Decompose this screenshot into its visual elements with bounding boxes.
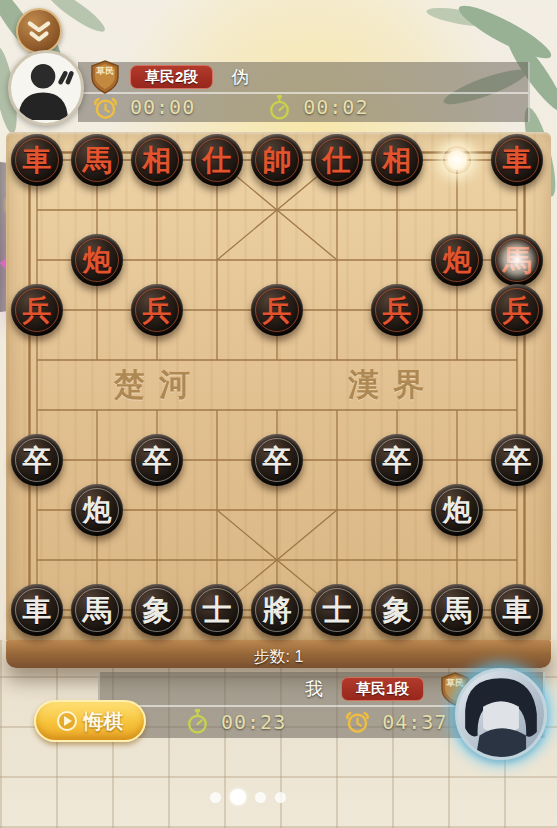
board-intersection[interactable]: [247, 185, 307, 235]
board-intersection[interactable]: [67, 435, 127, 485]
board-intersection[interactable]: 士: [187, 585, 247, 635]
board-intersection[interactable]: [247, 485, 307, 535]
board-intersection[interactable]: [367, 485, 427, 535]
board-intersection[interactable]: [307, 485, 367, 535]
board-intersection[interactable]: 卒: [247, 435, 307, 485]
piece-character: 象: [383, 596, 412, 625]
board-intersection[interactable]: [307, 285, 367, 335]
double-chevron-down-icon: [24, 16, 54, 46]
collapse-button[interactable]: [16, 8, 62, 54]
xiangqi-piece-red[interactable]: 兵: [131, 284, 183, 336]
my-avatar[interactable]: [455, 668, 547, 760]
undo-button[interactable]: 悔棋: [34, 700, 146, 742]
board-intersection[interactable]: 仕: [307, 135, 367, 185]
board-intersection[interactable]: 象: [367, 585, 427, 635]
opponent-move-time: 00:02: [303, 95, 368, 119]
xiangqi-piece-black[interactable]: 卒: [491, 434, 543, 486]
my-rank-pill: 草民1段: [341, 677, 424, 701]
board-intersection[interactable]: [127, 485, 187, 535]
board-intersection[interactable]: 仕: [187, 135, 247, 185]
board-intersection[interactable]: [7, 335, 67, 385]
xiangqi-piece-black[interactable]: 象: [131, 584, 183, 636]
board-intersection[interactable]: [427, 135, 487, 185]
board-intersection[interactable]: 兵: [247, 285, 307, 335]
board-intersection[interactable]: [7, 385, 67, 435]
piece-character: 兵: [503, 296, 532, 325]
xiangqi-piece-black[interactable]: 馬: [431, 584, 483, 636]
xiangqi-piece-red[interactable]: 炮: [431, 234, 483, 286]
pagination-dots: [210, 789, 286, 805]
piece-character: 兵: [383, 296, 412, 325]
xiangqi-piece-black[interactable]: 車: [491, 584, 543, 636]
board-intersection[interactable]: 象: [127, 585, 187, 635]
board-intersection[interactable]: 兵: [367, 285, 427, 335]
board-intersection[interactable]: [427, 385, 487, 435]
board-intersection[interactable]: [187, 335, 247, 385]
board-intersection[interactable]: [367, 185, 427, 235]
board-intersection[interactable]: [427, 335, 487, 385]
board-intersection[interactable]: 卒: [487, 435, 547, 485]
piece-character: 兵: [263, 296, 292, 325]
xiangqi-piece-red[interactable]: 相: [131, 134, 183, 186]
board-intersection[interactable]: [427, 285, 487, 335]
board-intersection[interactable]: [67, 535, 127, 585]
board-intersection[interactable]: [187, 435, 247, 485]
piece-character: 馬: [503, 246, 532, 275]
board-intersection[interactable]: [127, 335, 187, 385]
xiangqi-piece-black[interactable]: 炮: [71, 484, 123, 536]
play-circle-icon: [57, 711, 77, 731]
board-intersection[interactable]: [127, 535, 187, 585]
xiangqi-piece-red[interactable]: 馬: [71, 134, 123, 186]
board-intersection[interactable]: 兵: [7, 285, 67, 335]
board-intersection[interactable]: [427, 535, 487, 585]
undo-button-label: 悔棋: [84, 708, 124, 735]
board-intersection[interactable]: 炮: [427, 485, 487, 535]
piece-character: 兵: [23, 296, 52, 325]
me-label: 我: [305, 677, 323, 701]
xiangqi-piece-red[interactable]: 兵: [251, 284, 303, 336]
piece-character: 馬: [83, 146, 112, 175]
piece-character: 士: [323, 596, 352, 625]
piece-character: 車: [503, 596, 532, 625]
alarm-clock-icon: [344, 708, 371, 735]
xiangqi-piece-black[interactable]: 卒: [371, 434, 423, 486]
board-intersection[interactable]: [247, 235, 307, 285]
board-intersection[interactable]: [187, 485, 247, 535]
board-intersection[interactable]: [187, 535, 247, 585]
piece-character: 車: [23, 596, 52, 625]
board-intersection[interactable]: [487, 335, 547, 385]
board-intersection[interactable]: 炮: [67, 485, 127, 535]
board-intersection[interactable]: [487, 485, 547, 535]
board-intersection[interactable]: 卒: [127, 435, 187, 485]
my-move-time: 00:23: [221, 710, 286, 734]
piece-character: 仕: [323, 146, 352, 175]
opponent-avatar[interactable]: [8, 50, 84, 126]
last-move-origin-marker: [443, 146, 471, 174]
board-intersection[interactable]: 兵: [487, 285, 547, 335]
alarm-clock-icon: [92, 94, 119, 121]
xiangqi-piece-black[interactable]: 馬: [71, 584, 123, 636]
piece-character: 卒: [143, 446, 172, 475]
my-total-time: 04:37: [382, 710, 447, 734]
stopwatch-icon: [267, 94, 292, 121]
board-intersection[interactable]: [67, 335, 127, 385]
piece-character: 馬: [443, 596, 472, 625]
board-intersection[interactable]: 將: [247, 585, 307, 635]
board-intersection[interactable]: 相: [127, 135, 187, 185]
piece-character: 馬: [83, 596, 112, 625]
opponent-info-bar: 草民 草民2段 伪 00:00 00:02: [78, 62, 530, 122]
board-intersection[interactable]: [247, 535, 307, 585]
xiangqi-piece-red[interactable]: 帥: [251, 134, 303, 186]
xiangqi-piece-red[interactable]: 兵: [491, 284, 543, 336]
xiangqi-piece-black[interactable]: 象: [371, 584, 423, 636]
board-intersection[interactable]: [487, 535, 547, 585]
xiangqi-game-screen: 草民 草民2段 伪 00:00 00:02: [0, 0, 557, 828]
board-intersection[interactable]: 馬: [67, 585, 127, 635]
opponent-rank-pill: 草民2段: [130, 65, 213, 89]
board-intersection[interactable]: [67, 185, 127, 235]
xiangqi-piece-red[interactable]: 車: [11, 134, 63, 186]
board-intersection[interactable]: [487, 385, 547, 435]
xiangqi-piece-red[interactable]: 仕: [191, 134, 243, 186]
piece-character: 將: [263, 596, 292, 625]
xiangqi-piece-black[interactable]: 卒: [251, 434, 303, 486]
board-intersection[interactable]: [367, 535, 427, 585]
xiangqi-piece-black[interactable]: 車: [11, 584, 63, 636]
xiangqi-piece-red[interactable]: 仕: [311, 134, 363, 186]
piece-character: 士: [203, 596, 232, 625]
board-intersection[interactable]: [307, 385, 367, 435]
board-intersection[interactable]: 車: [487, 135, 547, 185]
piece-character: 炮: [83, 496, 112, 525]
board-intersection[interactable]: 馬: [67, 135, 127, 185]
board-intersection[interactable]: [307, 235, 367, 285]
board-intersection[interactable]: [67, 385, 127, 435]
stopwatch-icon: [185, 708, 210, 735]
board-intersection[interactable]: [427, 435, 487, 485]
piece-character: 帥: [263, 146, 292, 175]
board-intersection[interactable]: [187, 385, 247, 435]
svg-text:草民: 草民: [446, 678, 464, 688]
board-intersection[interactable]: [187, 185, 247, 235]
board-intersection[interactable]: 兵: [127, 285, 187, 335]
move-counter: 步数: 1: [0, 647, 557, 668]
xiangqi-piece-red[interactable]: 相: [371, 134, 423, 186]
rank-badge-icon: 草民: [90, 60, 120, 94]
board-intersection[interactable]: [427, 185, 487, 235]
board-intersection[interactable]: [67, 285, 127, 335]
board-intersection[interactable]: [7, 185, 67, 235]
xiangqi-piece-black[interactable]: 將: [251, 584, 303, 636]
opponent-total-time: 00:00: [130, 95, 195, 119]
board-intersection[interactable]: [247, 335, 307, 385]
pagination-dot-3[interactable]: [275, 792, 286, 803]
board-intersection[interactable]: [307, 435, 367, 485]
board-intersection[interactable]: 車: [7, 585, 67, 635]
board-intersection[interactable]: 士: [307, 585, 367, 635]
xiangqi-piece-red[interactable]: 炮: [71, 234, 123, 286]
board-intersection[interactable]: 馬: [427, 585, 487, 635]
board-intersection[interactable]: 卒: [7, 435, 67, 485]
board-intersection[interactable]: [127, 385, 187, 435]
xiangqi-piece-red[interactable]: 馬: [491, 234, 543, 286]
board-intersection[interactable]: [307, 185, 367, 235]
board-intersection[interactable]: [247, 385, 307, 435]
piece-character: 炮: [83, 246, 112, 275]
pagination-dot-2[interactable]: [255, 792, 266, 803]
board-intersection[interactable]: [187, 235, 247, 285]
xiangqi-piece-red[interactable]: 兵: [371, 284, 423, 336]
board-intersection[interactable]: [487, 185, 547, 235]
board-intersection[interactable]: 車: [7, 135, 67, 185]
pagination-dot-0[interactable]: [210, 792, 221, 803]
xiangqi-piece-black[interactable]: 卒: [11, 434, 63, 486]
piece-character: 象: [143, 596, 172, 625]
piece-character: 相: [383, 146, 412, 175]
piece-character: 卒: [503, 446, 532, 475]
board-intersection[interactable]: [187, 285, 247, 335]
svg-text:草民: 草民: [96, 66, 114, 76]
board-intersection[interactable]: [127, 235, 187, 285]
board-intersection[interactable]: [7, 485, 67, 535]
board-intersection[interactable]: 卒: [367, 435, 427, 485]
board-intersection[interactable]: 炮: [427, 235, 487, 285]
board-intersection[interactable]: [307, 535, 367, 585]
board-intersection[interactable]: 相: [367, 135, 427, 185]
pagination-dot-1[interactable]: [230, 789, 246, 805]
xiangqi-piece-black[interactable]: 卒: [131, 434, 183, 486]
piece-character: 炮: [443, 246, 472, 275]
board-intersection[interactable]: 炮: [67, 235, 127, 285]
board-intersection[interactable]: [367, 335, 427, 385]
board-intersection[interactable]: 馬: [487, 235, 547, 285]
piece-character: 仕: [203, 146, 232, 175]
piece-character: 卒: [23, 446, 52, 475]
xiangqi-piece-black[interactable]: 士: [191, 584, 243, 636]
board-intersection[interactable]: [367, 235, 427, 285]
xiangqi-piece-red[interactable]: 車: [491, 134, 543, 186]
piece-character: 相: [143, 146, 172, 175]
piece-character: 卒: [383, 446, 412, 475]
board-intersection[interactable]: 車: [487, 585, 547, 635]
xiangqi-board: 楚河 漢界 車馬相仕帥仕相車炮炮馬兵兵兵兵兵卒卒卒卒卒炮炮車馬象士將士象馬車: [6, 132, 551, 640]
piece-character: 卒: [263, 446, 292, 475]
piece-character: 兵: [143, 296, 172, 325]
board-grid: 車馬相仕帥仕相車炮炮馬兵兵兵兵兵卒卒卒卒卒炮炮車馬象士將士象馬車: [7, 135, 547, 635]
opponent-name: 伪: [231, 65, 249, 89]
board-intersection[interactable]: 帥: [247, 135, 307, 185]
piece-character: 車: [503, 146, 532, 175]
piece-character: 炮: [443, 496, 472, 525]
board-intersection[interactable]: [7, 235, 67, 285]
board-intersection[interactable]: [307, 335, 367, 385]
xiangqi-piece-black[interactable]: 炮: [431, 484, 483, 536]
board-intersection[interactable]: [367, 385, 427, 435]
board-intersection[interactable]: [127, 185, 187, 235]
xiangqi-piece-black[interactable]: 士: [311, 584, 363, 636]
xiangqi-piece-red[interactable]: 兵: [11, 284, 63, 336]
piece-character: 車: [23, 146, 52, 175]
board-intersection[interactable]: [7, 535, 67, 585]
person-icon: [11, 53, 81, 123]
anime-character-icon: [458, 671, 544, 757]
